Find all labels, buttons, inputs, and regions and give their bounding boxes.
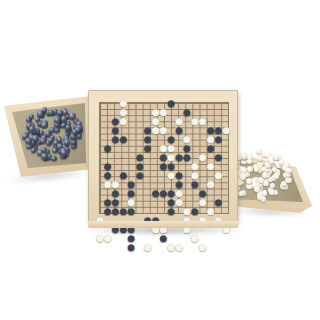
- board-cell[interactable]: [222, 207, 230, 216]
- white-stone: ●: [207, 207, 215, 216]
- board-cell[interactable]: [112, 144, 120, 153]
- white-stone: ●: [199, 117, 207, 126]
- board-cell[interactable]: ●: [119, 135, 127, 144]
- black-stone: ●: [207, 144, 215, 153]
- board-cell[interactable]: [136, 207, 144, 216]
- board-cell[interactable]: [207, 189, 215, 198]
- white-stone: ●: [175, 243, 183, 252]
- board-cell[interactable]: ●: [199, 153, 207, 162]
- board-cell[interactable]: [230, 144, 231, 153]
- board-cell[interactable]: [127, 126, 135, 135]
- board-cell[interactable]: [96, 162, 104, 171]
- board-cell[interactable]: [222, 99, 230, 108]
- board-cell[interactable]: [136, 126, 144, 135]
- board-cell[interactable]: [144, 108, 152, 117]
- black-stone-pile[interactable]: [20, 104, 84, 162]
- board-cell[interactable]: [96, 243, 104, 252]
- white-stone: ●: [199, 153, 207, 162]
- white-pile-stone: [274, 174, 279, 179]
- white-stone: ●: [215, 171, 223, 180]
- board-cell[interactable]: [136, 198, 144, 207]
- black-pile-stone: [31, 148, 36, 153]
- board-cell[interactable]: [96, 189, 104, 198]
- white-stone: ●: [104, 180, 112, 189]
- board-cell[interactable]: [222, 162, 230, 171]
- board-cell[interactable]: [230, 108, 231, 117]
- white-stone: ●: [199, 243, 207, 252]
- board-cell[interactable]: [96, 144, 104, 153]
- white-stone: ●: [96, 234, 104, 243]
- board-cell[interactable]: [215, 99, 223, 108]
- board-cell[interactable]: ●: [144, 243, 152, 252]
- board-front-edge: [88, 221, 238, 228]
- board-cell[interactable]: ●: [96, 234, 104, 243]
- go-board[interactable]: ●●●●●●●●●●●●●●●●●●●●●●●●●●●●●●●●●●●●●●●●…: [88, 90, 238, 222]
- board-cell[interactable]: ●: [199, 117, 207, 126]
- black-pile-stone: [63, 110, 68, 115]
- black-stone: ●: [175, 153, 183, 162]
- white-stone: ●: [119, 117, 127, 126]
- board-cell[interactable]: [230, 171, 231, 180]
- board-cell[interactable]: [222, 171, 230, 180]
- board-cell[interactable]: [104, 243, 112, 252]
- board-cell[interactable]: [222, 135, 230, 144]
- board-cell[interactable]: ●: [127, 207, 135, 216]
- board-cell[interactable]: [199, 126, 207, 135]
- black-pile-stone: [64, 139, 71, 146]
- board-cell[interactable]: [152, 243, 160, 252]
- board-cell[interactable]: [191, 243, 199, 252]
- white-pile-stone: [262, 172, 268, 178]
- board-cell[interactable]: [96, 153, 104, 162]
- board-cell[interactable]: [215, 243, 223, 252]
- board-cell[interactable]: ●: [167, 99, 175, 108]
- board-cell[interactable]: ●: [104, 207, 112, 216]
- board-cell[interactable]: ●: [127, 243, 135, 252]
- board-cell[interactable]: [191, 144, 199, 153]
- board-cell[interactable]: [230, 189, 231, 198]
- board-cell[interactable]: [222, 144, 230, 153]
- board-cell[interactable]: [104, 126, 112, 135]
- board-cell[interactable]: ●: [207, 207, 215, 216]
- black-pile-stone: [51, 156, 57, 162]
- white-pile-stone: [238, 191, 244, 197]
- board-cell[interactable]: [207, 234, 215, 243]
- board-cell[interactable]: [127, 108, 135, 117]
- board-cell[interactable]: [230, 198, 231, 207]
- board-cell[interactable]: [127, 135, 135, 144]
- board-cell[interactable]: [222, 198, 230, 207]
- board-cell[interactable]: [183, 189, 191, 198]
- board-cell[interactable]: [96, 198, 104, 207]
- board-cell[interactable]: [215, 234, 223, 243]
- board-cell[interactable]: [222, 153, 230, 162]
- board-cell[interactable]: [175, 207, 183, 216]
- board-cell[interactable]: [144, 162, 152, 171]
- board-cell[interactable]: ●: [152, 189, 160, 198]
- black-pile-stone: [41, 153, 47, 159]
- black-pile-stone: [32, 135, 39, 142]
- board-cell[interactable]: [207, 108, 215, 117]
- board-cell[interactable]: [119, 153, 127, 162]
- black-pile-stone: [69, 113, 76, 120]
- board-cell[interactable]: ●: [175, 153, 183, 162]
- board-cell[interactable]: [230, 180, 231, 189]
- board-cell[interactable]: [136, 108, 144, 117]
- black-stone: ●: [167, 99, 175, 108]
- board-cell[interactable]: [199, 171, 207, 180]
- board-cell[interactable]: [112, 153, 120, 162]
- board-cell[interactable]: ●: [199, 243, 207, 252]
- white-stone: ●: [199, 198, 207, 207]
- black-pile-stone: [29, 114, 34, 119]
- board-cell[interactable]: [152, 171, 160, 180]
- black-pile-stone: [41, 122, 48, 129]
- board-cell[interactable]: ●: [207, 162, 215, 171]
- board-cell[interactable]: [230, 243, 231, 252]
- board-cell[interactable]: [230, 135, 231, 144]
- board-cell[interactable]: [96, 135, 104, 144]
- board-cell[interactable]: ●: [183, 108, 191, 117]
- board-cell[interactable]: [183, 243, 191, 252]
- board-cell[interactable]: ●: [104, 180, 112, 189]
- board-cell[interactable]: [136, 189, 144, 198]
- white-pile-stone: [268, 177, 273, 182]
- board-cell[interactable]: [136, 243, 144, 252]
- board-cell[interactable]: [127, 144, 135, 153]
- board-cell[interactable]: [136, 99, 144, 108]
- black-stone: ●: [144, 144, 152, 153]
- board-cell[interactable]: [136, 180, 144, 189]
- board-cell[interactable]: [230, 99, 231, 108]
- black-stone: ●: [119, 135, 127, 144]
- white-stone: ●: [191, 117, 199, 126]
- board-cell[interactable]: ●: [191, 180, 199, 189]
- board-cell[interactable]: [136, 234, 144, 243]
- go-set-photo: ●●●●●●●●●●●●●●●●●●●●●●●●●●●●●●●●●●●●●●●●…: [0, 0, 320, 320]
- board-cell[interactable]: [144, 198, 152, 207]
- black-stone: ●: [136, 171, 144, 180]
- board-cell[interactable]: ●: [215, 153, 223, 162]
- board-cell[interactable]: [207, 243, 215, 252]
- board-cell[interactable]: [104, 99, 112, 108]
- board-cell[interactable]: ●: [215, 135, 223, 144]
- white-stone: ●: [175, 198, 183, 207]
- board-cell[interactable]: [183, 234, 191, 243]
- black-stone: ●: [104, 207, 112, 216]
- board-cell[interactable]: [222, 243, 230, 252]
- white-pile-stone: [287, 168, 292, 173]
- board-cell[interactable]: [112, 234, 120, 243]
- board-cell[interactable]: [222, 180, 230, 189]
- board-cell[interactable]: ●: [191, 207, 199, 216]
- board-cell[interactable]: [183, 171, 191, 180]
- black-stone: ●: [215, 153, 223, 162]
- board-cell[interactable]: ●: [167, 207, 175, 216]
- board-cell[interactable]: ●: [222, 126, 230, 135]
- white-pile-stone: [247, 166, 253, 172]
- board-cell[interactable]: [136, 117, 144, 126]
- black-stone: ●: [215, 198, 223, 207]
- board-cell[interactable]: [127, 153, 135, 162]
- board-cell[interactable]: [183, 180, 191, 189]
- board-cell[interactable]: [119, 144, 127, 153]
- board-cell[interactable]: [96, 108, 104, 117]
- board-cell[interactable]: ●: [144, 144, 152, 153]
- black-pile-stone: [65, 125, 70, 130]
- board-cell[interactable]: [127, 117, 135, 126]
- board-cell[interactable]: [207, 99, 215, 108]
- board-cell[interactable]: ●: [191, 117, 199, 126]
- board-cell[interactable]: [152, 153, 160, 162]
- board-cell[interactable]: ●: [104, 234, 112, 243]
- board-cell[interactable]: ●: [199, 198, 207, 207]
- white-stone: ●: [144, 243, 152, 252]
- board-cell[interactable]: [144, 171, 152, 180]
- board-cell[interactable]: ●: [160, 108, 168, 117]
- white-stone: ●: [222, 126, 230, 135]
- black-stone: ●: [183, 153, 191, 162]
- white-pile-stone: [240, 173, 246, 179]
- black-pile-stone: [35, 117, 40, 122]
- board-cell[interactable]: [152, 234, 160, 243]
- black-stone: ●: [167, 207, 175, 216]
- black-stone: ●: [127, 207, 135, 216]
- black-stone: ●: [175, 126, 183, 135]
- board-cell[interactable]: ●: [136, 171, 144, 180]
- board-cell[interactable]: [104, 117, 112, 126]
- board-cell[interactable]: [96, 126, 104, 135]
- board-cell[interactable]: [183, 117, 191, 126]
- black-pile-stone: [57, 137, 62, 142]
- black-pile-stone: [54, 127, 60, 133]
- board-cell[interactable]: ●: [183, 153, 191, 162]
- board-cell[interactable]: [152, 135, 160, 144]
- white-stone: ●: [207, 180, 215, 189]
- board-cell[interactable]: [191, 135, 199, 144]
- board-cell[interactable]: [191, 126, 199, 135]
- black-stone: ●: [183, 108, 191, 117]
- board-cell[interactable]: ●: [104, 144, 112, 153]
- white-stone: ●: [152, 126, 160, 135]
- board-cell[interactable]: ●: [191, 234, 199, 243]
- board-cell[interactable]: [199, 135, 207, 144]
- board-cell[interactable]: ●: [207, 144, 215, 153]
- board-cell[interactable]: [136, 135, 144, 144]
- board-cell[interactable]: [222, 108, 230, 117]
- board-cell[interactable]: [230, 207, 231, 216]
- board-cell[interactable]: [230, 234, 231, 243]
- board-cell[interactable]: [230, 117, 231, 126]
- black-stone: ●: [191, 180, 199, 189]
- board-cell[interactable]: ●: [215, 198, 223, 207]
- go-board-grid[interactable]: ●●●●●●●●●●●●●●●●●●●●●●●●●●●●●●●●●●●●●●●●…: [96, 99, 231, 215]
- board-cell[interactable]: [127, 99, 135, 108]
- board-cell[interactable]: [144, 180, 152, 189]
- board-cell[interactable]: [112, 243, 120, 252]
- board-cell[interactable]: [222, 189, 230, 198]
- board-cell[interactable]: [152, 198, 160, 207]
- board-cell[interactable]: [199, 162, 207, 171]
- board-cell[interactable]: [175, 99, 183, 108]
- black-stone: ●: [127, 243, 135, 252]
- board-cell[interactable]: [183, 162, 191, 171]
- board-cell[interactable]: ●: [207, 180, 215, 189]
- white-stone: ●: [104, 234, 112, 243]
- board-cell[interactable]: [222, 234, 230, 243]
- board-cell[interactable]: ●: [152, 126, 160, 135]
- board-cell[interactable]: [104, 108, 112, 117]
- white-stone: ●: [191, 234, 199, 243]
- board-cell[interactable]: [144, 189, 152, 198]
- black-stone: ●: [104, 144, 112, 153]
- board-cell[interactable]: [96, 99, 104, 108]
- board-cell[interactable]: [127, 162, 135, 171]
- white-stone: ●: [160, 108, 168, 117]
- board-cell[interactable]: ●: [175, 126, 183, 135]
- board-cell[interactable]: ●: [175, 198, 183, 207]
- board-cell[interactable]: ●: [175, 243, 183, 252]
- black-pile-stone: [61, 150, 67, 156]
- white-pile-stone: [270, 183, 276, 189]
- board-cell[interactable]: [152, 144, 160, 153]
- board-cell[interactable]: ●: [215, 171, 223, 180]
- black-pile-stone: [75, 127, 81, 133]
- white-pile-stone: [285, 177, 292, 184]
- board-cell[interactable]: [144, 153, 152, 162]
- board-cell[interactable]: [175, 135, 183, 144]
- white-pile-stone: [241, 167, 247, 173]
- black-pile-stone: [49, 127, 55, 133]
- board-cell[interactable]: [191, 99, 199, 108]
- board-cell[interactable]: ●: [119, 117, 127, 126]
- black-stone: ●: [191, 207, 199, 216]
- black-pile-stone: [25, 138, 32, 145]
- board-cell[interactable]: [191, 189, 199, 198]
- board-cell[interactable]: [230, 126, 231, 135]
- black-stone: ●: [152, 189, 160, 198]
- board-cell[interactable]: [230, 162, 231, 171]
- board-cell[interactable]: [96, 180, 104, 189]
- white-pile-stone: [257, 195, 262, 200]
- board-cell[interactable]: [199, 99, 207, 108]
- black-pile-stone: [42, 107, 47, 112]
- black-stone: ●: [215, 135, 223, 144]
- board-cell[interactable]: [144, 99, 152, 108]
- board-cell[interactable]: [96, 171, 104, 180]
- board-cell[interactable]: [152, 162, 160, 171]
- board-cell[interactable]: [215, 180, 223, 189]
- white-stone: ●: [207, 162, 215, 171]
- white-pile-stone: [247, 159, 252, 164]
- board-cell[interactable]: [230, 153, 231, 162]
- board-cell[interactable]: [215, 108, 223, 117]
- board-cell[interactable]: [96, 117, 104, 126]
